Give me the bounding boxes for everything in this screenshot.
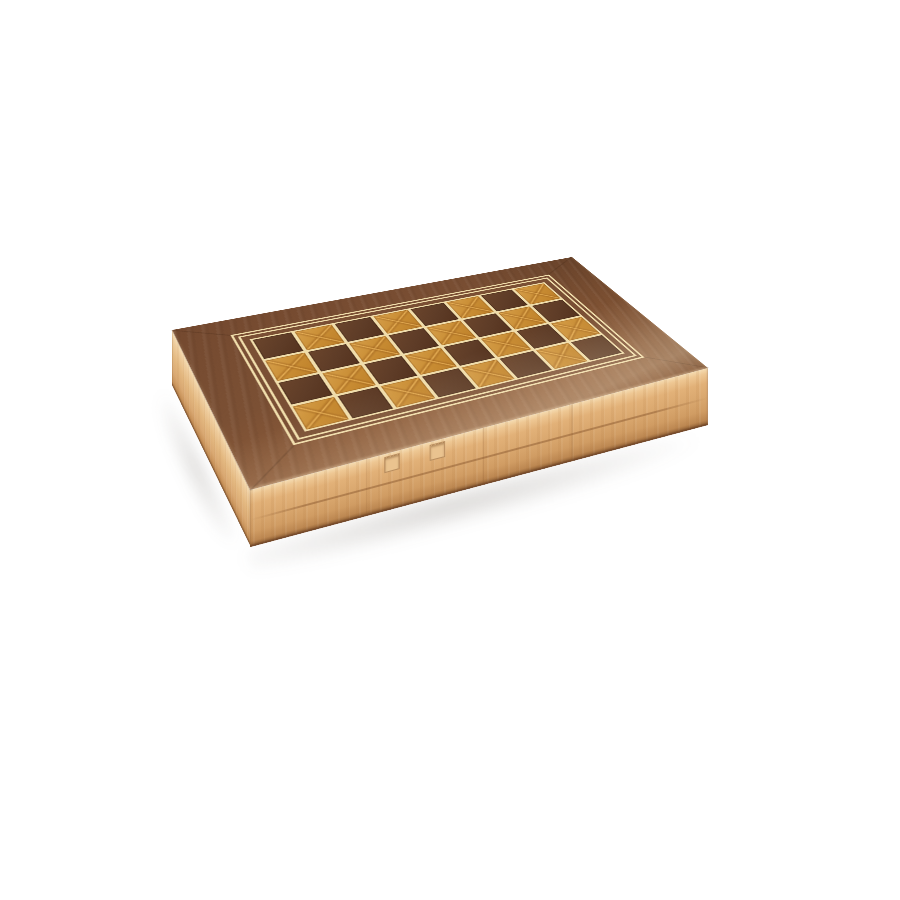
veneer-miter-seam — [548, 257, 572, 275]
veneer-miter-seam — [645, 357, 708, 368]
veneer-miter-seam — [172, 330, 231, 336]
product-photo-scene — [0, 0, 900, 900]
clasp-recess — [430, 441, 445, 461]
clasp-recess — [384, 453, 399, 473]
